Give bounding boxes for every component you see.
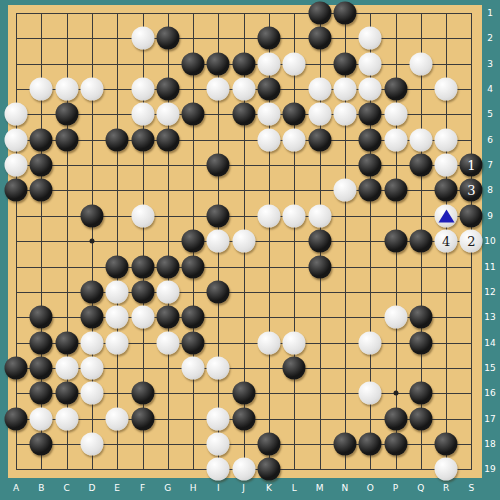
stone-C4-white [55,78,78,101]
stone-E6-black [106,128,129,151]
stone-A15-black [5,356,28,379]
move-number-label: 2 [467,235,475,248]
stone-O7-black [359,154,382,177]
stone-E14-white [106,331,129,354]
stone-L5-black [283,103,306,126]
stone-M4-white [308,78,331,101]
column-label-F: F [140,484,145,493]
stone-G11-black [156,255,179,278]
stone-G5-white [156,103,179,126]
stone-R9-white [435,204,458,227]
column-label-R: R [443,484,449,493]
stone-B16-black [30,382,53,405]
stone-E17-white [106,407,129,430]
stone-C6-black [55,128,78,151]
stone-F6-black [131,128,154,151]
stone-A5-white [5,103,28,126]
star-point [89,239,94,244]
stone-B4-white [30,78,53,101]
stone-L15-black [283,356,306,379]
stone-J16-black [232,382,255,405]
stone-R10-white: 4 [435,230,458,253]
stone-K2-black [258,27,281,50]
stone-I7-black [207,154,230,177]
stone-F17-black [131,407,154,430]
stone-F13-white [131,306,154,329]
stone-L14-white [283,331,306,354]
stone-A6-white [5,128,28,151]
stone-N18-black [333,432,356,455]
stone-D12-black [80,280,103,303]
stone-C15-white [55,356,78,379]
row-label-15: 15 [484,363,495,372]
stone-Q14-black [409,331,432,354]
row-label-11: 11 [484,262,495,271]
stone-C5-black [55,103,78,126]
stone-S7-black: 1 [460,154,483,177]
row-label-13: 13 [484,313,495,322]
stone-L3-white [283,52,306,75]
column-label-B: B [38,484,44,493]
column-label-D: D [88,484,95,493]
stone-R7-white [435,154,458,177]
column-label-H: H [190,484,197,493]
stone-R18-black [435,432,458,455]
stone-H3-black [182,52,205,75]
stone-I3-black [207,52,230,75]
stone-R19-white [435,458,458,481]
stone-O5-black [359,103,382,126]
triangle-marker-icon [438,209,454,222]
column-label-K: K [266,484,272,493]
stone-D9-black [80,204,103,227]
column-label-G: G [164,484,171,493]
stone-N1-black [333,2,356,25]
column-label-S: S [469,484,475,493]
stone-K5-white [258,103,281,126]
stone-S8-black: 3 [460,179,483,202]
row-label-8: 8 [487,186,493,195]
stone-G13-black [156,306,179,329]
row-label-2: 2 [487,34,493,43]
stone-D15-white [80,356,103,379]
stone-H13-black [182,306,205,329]
column-label-N: N [342,484,349,493]
stone-Q13-black [409,306,432,329]
stone-Q10-black [409,230,432,253]
stone-G12-white [156,280,179,303]
stone-M1-black [308,2,331,25]
stone-Q6-white [409,128,432,151]
stone-P17-black [384,407,407,430]
move-number-label: 3 [467,184,475,197]
stone-F5-white [131,103,154,126]
stone-M5-white [308,103,331,126]
stone-G14-white [156,331,179,354]
row-label-10: 10 [484,237,495,246]
column-label-L: L [292,484,297,493]
stone-P4-black [384,78,407,101]
stone-D13-black [80,306,103,329]
stone-L6-white [283,128,306,151]
stone-C14-black [55,331,78,354]
column-label-J: J [242,484,245,493]
stone-K3-white [258,52,281,75]
stone-I4-white [207,78,230,101]
stone-M9-white [308,204,331,227]
stone-H11-black [182,255,205,278]
stone-J4-white [232,78,255,101]
stone-E12-white [106,280,129,303]
stone-F11-black [131,255,154,278]
row-label-17: 17 [484,414,495,423]
row-label-16: 16 [484,389,495,398]
stone-O14-white [359,331,382,354]
stone-C17-white [55,407,78,430]
row-label-9: 9 [487,211,493,220]
stone-K19-black [258,458,281,481]
stone-F2-white [131,27,154,50]
stone-I17-white [207,407,230,430]
grid-line-vertical [294,13,295,470]
stone-J10-white [232,230,255,253]
stone-H10-black [182,230,205,253]
stone-E11-black [106,255,129,278]
stone-J3-black [232,52,255,75]
stone-P6-white [384,128,407,151]
row-label-4: 4 [487,85,493,94]
stone-A17-black [5,407,28,430]
stone-L9-white [283,204,306,227]
stone-D16-white [80,382,103,405]
stone-O16-white [359,382,382,405]
stone-G6-black [156,128,179,151]
stone-H14-black [182,331,205,354]
grid-line-horizontal [16,267,472,268]
stone-I15-white [207,356,230,379]
stone-D4-white [80,78,103,101]
stone-B18-black [30,432,53,455]
row-label-14: 14 [484,338,495,347]
row-label-18: 18 [484,439,495,448]
row-label-1: 1 [487,9,493,18]
stone-O4-white [359,78,382,101]
stone-H5-black [182,103,205,126]
stone-M2-black [308,27,331,50]
stone-O3-white [359,52,382,75]
column-label-I: I [217,484,220,493]
stone-P5-white [384,103,407,126]
stone-S9-black [460,204,483,227]
row-label-3: 3 [487,59,493,68]
stone-E13-white [106,306,129,329]
stone-R8-black [435,179,458,202]
stone-B13-black [30,306,53,329]
stone-I12-black [207,280,230,303]
stone-P10-black [384,230,407,253]
column-label-M: M [316,484,324,493]
column-label-P: P [393,484,398,493]
stone-H15-white [182,356,205,379]
go-board[interactable]: 1342 [8,5,482,478]
column-label-Q: Q [417,484,424,493]
stone-I10-white [207,230,230,253]
stone-M10-black [308,230,331,253]
stone-K6-white [258,128,281,151]
row-label-19: 19 [484,465,495,474]
stone-O6-black [359,128,382,151]
stone-A7-white [5,154,28,177]
stone-R4-white [435,78,458,101]
stone-D18-white [80,432,103,455]
stone-F16-black [131,382,154,405]
stone-B8-black [30,179,53,202]
stone-A8-black [5,179,28,202]
move-number-label: 4 [442,235,450,248]
stone-J5-black [232,103,255,126]
stone-O2-white [359,27,382,50]
stone-R6-white [435,128,458,151]
stone-I9-black [207,204,230,227]
stone-B7-black [30,154,53,177]
move-number-label: 1 [467,159,475,172]
stone-N5-white [333,103,356,126]
stone-F9-white [131,204,154,227]
stone-K9-white [258,204,281,227]
stone-I19-white [207,458,230,481]
stone-Q3-white [409,52,432,75]
stone-D14-white [80,331,103,354]
stone-F12-black [131,280,154,303]
stone-B6-black [30,128,53,151]
stone-I18-white [207,432,230,455]
column-label-O: O [367,484,374,493]
row-label-5: 5 [487,110,493,119]
stone-B17-white [30,407,53,430]
stone-N8-white [333,179,356,202]
stone-K4-black [258,78,281,101]
star-point [393,391,398,396]
stone-J17-black [232,407,255,430]
stone-K18-black [258,432,281,455]
stone-Q16-black [409,382,432,405]
go-app-window: 1342 ABCDEFGHIJKLMNOPQRS1234567891011121… [0,0,500,500]
stone-P18-black [384,432,407,455]
column-label-A: A [13,484,19,493]
stone-G4-black [156,78,179,101]
stone-Q17-black [409,407,432,430]
stone-Q7-black [409,154,432,177]
stone-B14-black [30,331,53,354]
stone-M6-black [308,128,331,151]
stone-N3-black [333,52,356,75]
stone-F4-white [131,78,154,101]
column-label-E: E [114,484,120,493]
row-label-6: 6 [487,135,493,144]
stone-P13-white [384,306,407,329]
row-label-7: 7 [487,161,493,170]
stone-S10-white: 2 [460,230,483,253]
row-label-12: 12 [484,287,495,296]
column-label-C: C [63,484,69,493]
stone-B15-black [30,356,53,379]
stone-C16-black [55,382,78,405]
stone-P8-black [384,179,407,202]
stone-O18-black [359,432,382,455]
stone-O8-black [359,179,382,202]
stone-N4-white [333,78,356,101]
stone-M11-black [308,255,331,278]
stone-G2-black [156,27,179,50]
stone-K14-white [258,331,281,354]
stone-J19-white [232,458,255,481]
